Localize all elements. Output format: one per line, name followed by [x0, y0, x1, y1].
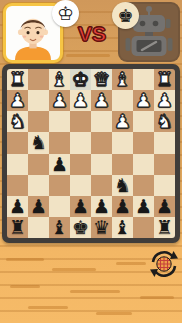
- white-pawn[interactable]: ♟: [114, 112, 131, 131]
- square-g7[interactable]: ♟: [28, 196, 49, 217]
- square-g6[interactable]: [28, 175, 49, 196]
- white-pawn[interactable]: ♟: [156, 91, 173, 110]
- black-bishop[interactable]: ♝: [114, 218, 131, 237]
- square-b6[interactable]: [133, 175, 154, 196]
- square-e1[interactable]: ♚: [70, 69, 91, 90]
- white-pawn[interactable]: ♟: [9, 91, 26, 110]
- wood-seam: [10, 285, 40, 288]
- square-a3[interactable]: ♞: [154, 111, 175, 132]
- square-h3[interactable]: ♞: [7, 111, 28, 132]
- square-e3[interactable]: [70, 111, 91, 132]
- black-pawn[interactable]: ♟: [51, 155, 68, 174]
- square-h1[interactable]: ♜: [7, 69, 28, 90]
- wood-seam: [6, 258, 44, 261]
- app-root: VS ♔ ♚ ♜♝♚♛♝♜♟♟♟♟♟♟♞♟♞♞♟♞♟♟♟♟♟♟♟♜♝♚♛♝♜: [0, 0, 182, 323]
- white-knight[interactable]: ♞: [156, 112, 173, 131]
- square-c8[interactable]: ♝: [112, 217, 133, 238]
- square-e7[interactable]: ♟: [70, 196, 91, 217]
- square-h4[interactable]: [7, 132, 28, 153]
- square-c2[interactable]: [112, 90, 133, 111]
- square-g5[interactable]: [28, 154, 49, 175]
- black-knight[interactable]: ♞: [114, 176, 131, 195]
- black-pawn[interactable]: ♟: [114, 197, 131, 216]
- square-c1[interactable]: ♝: [112, 69, 133, 90]
- square-b3[interactable]: [133, 111, 154, 132]
- square-h2[interactable]: ♟: [7, 90, 28, 111]
- black-king[interactable]: ♚: [72, 218, 89, 237]
- restart-button[interactable]: [148, 248, 180, 280]
- square-g4[interactable]: ♞: [28, 132, 49, 153]
- square-f3[interactable]: [49, 111, 70, 132]
- square-d2[interactable]: ♟: [91, 90, 112, 111]
- black-pawn[interactable]: ♟: [93, 197, 110, 216]
- white-king[interactable]: ♚: [72, 70, 89, 89]
- square-c4[interactable]: [112, 132, 133, 153]
- square-c3[interactable]: ♟: [112, 111, 133, 132]
- black-pawn[interactable]: ♟: [30, 197, 47, 216]
- square-b2[interactable]: ♟: [133, 90, 154, 111]
- restart-icon: [148, 248, 180, 280]
- wood-seam: [52, 268, 96, 271]
- square-d7[interactable]: ♟: [91, 196, 112, 217]
- square-a8[interactable]: ♜: [154, 217, 175, 238]
- square-f7[interactable]: [49, 196, 70, 217]
- white-bishop[interactable]: ♝: [51, 70, 68, 89]
- board-grid: ♜♝♚♛♝♜♟♟♟♟♟♟♞♟♞♞♟♞♟♟♟♟♟♟♟♜♝♚♛♝♜: [7, 69, 175, 238]
- wood-seam: [140, 296, 174, 299]
- square-a2[interactable]: ♟: [154, 90, 175, 111]
- square-g3[interactable]: [28, 111, 49, 132]
- square-f6[interactable]: [49, 175, 70, 196]
- square-e5[interactable]: [70, 154, 91, 175]
- white-rook[interactable]: ♜: [156, 70, 173, 89]
- white-knight[interactable]: ♞: [9, 112, 26, 131]
- black-bishop[interactable]: ♝: [51, 218, 68, 237]
- square-e6[interactable]: [70, 175, 91, 196]
- black-pawn[interactable]: ♟: [135, 197, 152, 216]
- square-b7[interactable]: ♟: [133, 196, 154, 217]
- black-king-badge: ♚: [112, 2, 139, 29]
- square-h8[interactable]: ♜: [7, 217, 28, 238]
- black-king-icon: ♚: [117, 7, 133, 25]
- square-e8[interactable]: ♚: [70, 217, 91, 238]
- black-knight[interactable]: ♞: [30, 133, 47, 152]
- square-g2[interactable]: [28, 90, 49, 111]
- square-d3[interactable]: [91, 111, 112, 132]
- square-a1[interactable]: ♜: [154, 69, 175, 90]
- square-a5[interactable]: [154, 154, 175, 175]
- square-d5[interactable]: [91, 154, 112, 175]
- square-b4[interactable]: [133, 132, 154, 153]
- square-e2[interactable]: ♟: [70, 90, 91, 111]
- wood-seam: [116, 262, 146, 265]
- black-rook[interactable]: ♜: [9, 218, 26, 237]
- white-king-badge: ♔: [52, 0, 79, 27]
- white-pawn[interactable]: ♟: [72, 91, 89, 110]
- square-d8[interactable]: ♛: [91, 217, 112, 238]
- white-bishop[interactable]: ♝: [114, 70, 131, 89]
- square-f1[interactable]: ♝: [49, 69, 70, 90]
- square-a7[interactable]: ♟: [154, 196, 175, 217]
- square-e4[interactable]: [70, 132, 91, 153]
- square-g8[interactable]: [28, 217, 49, 238]
- square-f8[interactable]: ♝: [49, 217, 70, 238]
- square-h5[interactable]: [7, 154, 28, 175]
- wood-seam: [96, 312, 132, 315]
- square-b1[interactable]: [133, 69, 154, 90]
- wood-seam: [66, 54, 110, 57]
- square-g1[interactable]: [28, 69, 49, 90]
- white-pawn[interactable]: ♟: [93, 91, 110, 110]
- white-pawn[interactable]: ♟: [135, 91, 152, 110]
- black-pawn[interactable]: ♟: [156, 197, 173, 216]
- white-rook[interactable]: ♜: [9, 70, 26, 89]
- square-c5[interactable]: [112, 154, 133, 175]
- white-queen[interactable]: ♛: [93, 70, 110, 89]
- chess-board: ♜♝♚♛♝♜♟♟♟♟♟♟♞♟♞♞♟♞♟♟♟♟♟♟♟♜♝♚♛♝♜: [2, 64, 180, 243]
- square-d6[interactable]: [91, 175, 112, 196]
- white-pawn[interactable]: ♟: [51, 91, 68, 110]
- square-f5[interactable]: ♟: [49, 154, 70, 175]
- wood-seam: [28, 306, 68, 309]
- square-h6[interactable]: [7, 175, 28, 196]
- black-pawn[interactable]: ♟: [9, 197, 26, 216]
- black-pawn[interactable]: ♟: [72, 197, 89, 216]
- square-c6[interactable]: ♞: [112, 175, 133, 196]
- square-b5[interactable]: [133, 154, 154, 175]
- wood-seam: [70, 290, 120, 293]
- white-king-icon: ♔: [57, 4, 74, 23]
- square-a6[interactable]: [154, 175, 175, 196]
- vs-label: VS: [71, 22, 113, 46]
- square-h7[interactable]: ♟: [7, 196, 28, 217]
- black-rook[interactable]: ♜: [156, 218, 173, 237]
- square-f2[interactable]: ♟: [49, 90, 70, 111]
- square-b8[interactable]: [133, 217, 154, 238]
- square-a4[interactable]: [154, 132, 175, 153]
- square-f4[interactable]: [49, 132, 70, 153]
- square-d4[interactable]: [91, 132, 112, 153]
- square-c7[interactable]: ♟: [112, 196, 133, 217]
- square-d1[interactable]: ♛: [91, 69, 112, 90]
- black-queen[interactable]: ♛: [93, 218, 110, 237]
